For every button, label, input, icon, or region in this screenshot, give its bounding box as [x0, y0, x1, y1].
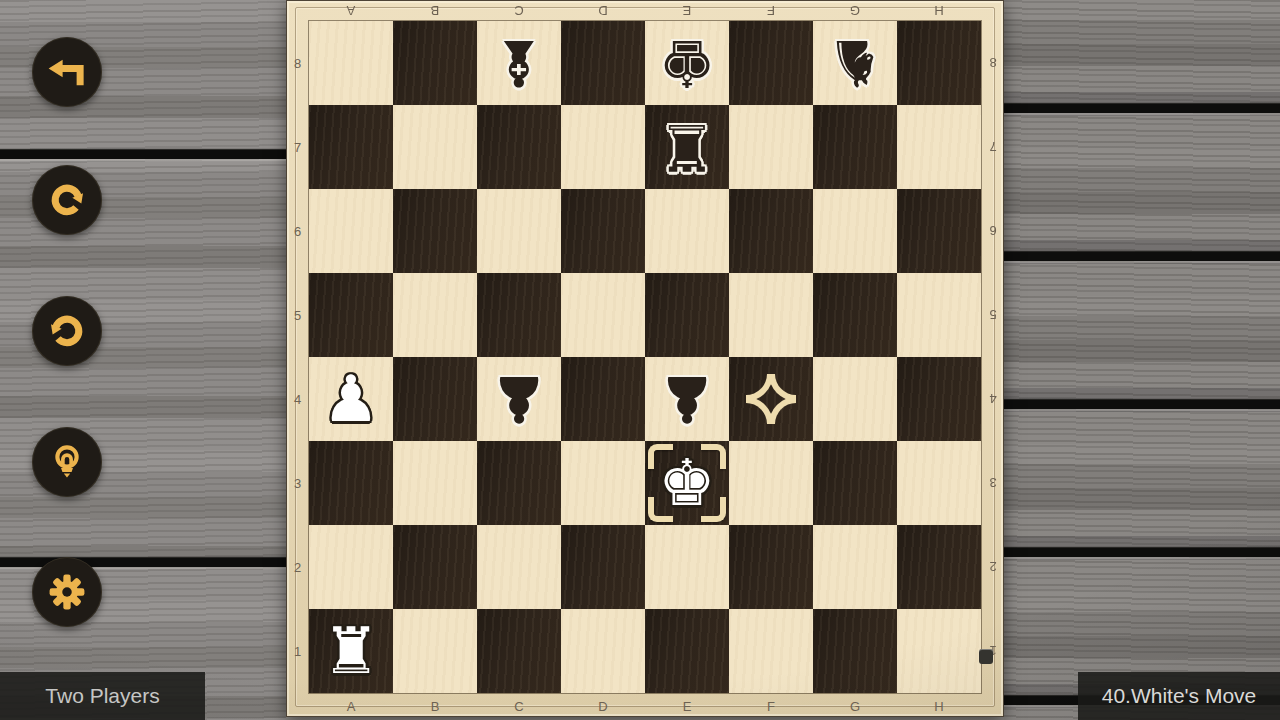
- square-g6[interactable]: [813, 189, 897, 273]
- plank-gap: [1004, 548, 1280, 557]
- square-c3[interactable]: [477, 441, 561, 525]
- square-h4[interactable]: [897, 357, 981, 441]
- square-b7[interactable]: [393, 105, 477, 189]
- file-labels-top: ABCDEFGH: [309, 1, 981, 20]
- square-a2[interactable]: [309, 525, 393, 609]
- coordinate-label: 4: [287, 357, 308, 441]
- square-f1[interactable]: [729, 609, 813, 693]
- square-h7[interactable]: [897, 105, 981, 189]
- back-arrow-icon: [46, 51, 88, 93]
- square-g1[interactable]: [813, 609, 897, 693]
- square-g2[interactable]: [813, 525, 897, 609]
- piece-black-king[interactable]: ♚: [645, 21, 729, 105]
- coordinate-label: 4: [982, 357, 1004, 441]
- file-labels-bottom: ABCDEFGH: [309, 695, 981, 717]
- selection-brackets: [701, 444, 726, 469]
- square-b5[interactable]: [393, 273, 477, 357]
- square-f8[interactable]: [729, 21, 813, 105]
- square-h1[interactable]: [897, 609, 981, 693]
- square-e1[interactable]: [645, 609, 729, 693]
- square-c7[interactable]: [477, 105, 561, 189]
- square-b2[interactable]: [393, 525, 477, 609]
- square-d8[interactable]: [561, 21, 645, 105]
- undo-button[interactable]: [32, 296, 102, 366]
- rank-labels-left: 87654321: [287, 21, 308, 693]
- game-mode-label: Two Players: [45, 684, 159, 708]
- square-g5[interactable]: [813, 273, 897, 357]
- piece-black-rook[interactable]: ♜: [645, 105, 729, 189]
- chess-board: ABCDEFGH ABCDEFGH 87654321 87654321 ♝♚♞♜…: [286, 0, 1004, 717]
- square-d3[interactable]: [561, 441, 645, 525]
- coordinate-label: D: [561, 1, 645, 20]
- game-mode-bar: Two Players: [0, 672, 205, 720]
- undo-circular-arrow-icon: [46, 310, 88, 352]
- coordinate-label: G: [813, 695, 897, 717]
- coordinate-label: D: [561, 695, 645, 717]
- coordinate-label: 3: [287, 441, 308, 525]
- square-f7[interactable]: [729, 105, 813, 189]
- square-f2[interactable]: [729, 525, 813, 609]
- square-a1[interactable]: ♜: [309, 609, 393, 693]
- coordinate-label: A: [309, 695, 393, 717]
- piece-black-knight[interactable]: ♞: [813, 21, 897, 105]
- plank-gap: [1004, 400, 1280, 409]
- coordinate-label: 1: [287, 609, 308, 693]
- coordinate-label: A: [309, 1, 393, 20]
- coordinate-label: 2: [982, 525, 1004, 609]
- coordinate-label: C: [477, 695, 561, 717]
- piece-black-pawn[interactable]: ♟: [477, 357, 561, 441]
- rank-labels-right: 87654321: [982, 21, 1004, 693]
- square-e2[interactable]: [645, 525, 729, 609]
- board-hinge: [979, 649, 993, 664]
- square-g3[interactable]: [813, 441, 897, 525]
- square-e6[interactable]: [645, 189, 729, 273]
- square-c2[interactable]: [477, 525, 561, 609]
- square-h5[interactable]: [897, 273, 981, 357]
- coordinate-label: E: [645, 1, 729, 20]
- coordinate-label: 3: [982, 441, 1004, 525]
- square-e7[interactable]: ♜: [645, 105, 729, 189]
- coordinate-label: F: [729, 695, 813, 717]
- square-d5[interactable]: [561, 273, 645, 357]
- coordinate-label: 5: [287, 273, 308, 357]
- hint-button[interactable]: [32, 427, 102, 497]
- coordinate-label: 5: [982, 273, 1004, 357]
- square-f3[interactable]: [729, 441, 813, 525]
- coordinate-label: H: [897, 1, 981, 20]
- square-a4[interactable]: ♟: [309, 357, 393, 441]
- back-button[interactable]: [32, 37, 102, 107]
- square-h6[interactable]: [897, 189, 981, 273]
- square-d4[interactable]: [561, 357, 645, 441]
- square-b3[interactable]: [393, 441, 477, 525]
- square-a7[interactable]: [309, 105, 393, 189]
- square-c6[interactable]: [477, 189, 561, 273]
- coordinate-label: 6: [287, 189, 308, 273]
- square-c8[interactable]: ♝: [477, 21, 561, 105]
- square-a8[interactable]: [309, 21, 393, 105]
- coordinate-label: E: [645, 695, 729, 717]
- piece-black-pawn[interactable]: ♟: [645, 357, 729, 441]
- square-a6[interactable]: [309, 189, 393, 273]
- square-e3[interactable]: ♚: [645, 441, 729, 525]
- square-b1[interactable]: [393, 609, 477, 693]
- board-grid: ♝♚♞♜♟♟♟♚♜: [309, 21, 981, 693]
- square-a5[interactable]: [309, 273, 393, 357]
- square-f4[interactable]: [729, 357, 813, 441]
- redo-circular-arrow-icon: [46, 179, 88, 221]
- square-d7[interactable]: [561, 105, 645, 189]
- square-b4[interactable]: [393, 357, 477, 441]
- piece-white-pawn[interactable]: ♟: [309, 357, 393, 441]
- coordinate-label: B: [393, 695, 477, 717]
- square-d1[interactable]: [561, 609, 645, 693]
- coordinate-label: F: [729, 1, 813, 20]
- square-b6[interactable]: [393, 189, 477, 273]
- square-d6[interactable]: [561, 189, 645, 273]
- selection-brackets: [648, 497, 673, 522]
- square-g7[interactable]: [813, 105, 897, 189]
- piece-white-rook[interactable]: ♜: [309, 609, 393, 693]
- square-e5[interactable]: [645, 273, 729, 357]
- square-f6[interactable]: [729, 189, 813, 273]
- move-indicator-label: 40.White's Move: [1102, 684, 1257, 708]
- square-e4[interactable]: ♟: [645, 357, 729, 441]
- square-h8[interactable]: [897, 21, 981, 105]
- coordinate-label: 6: [982, 189, 1004, 273]
- plank-gap: [0, 150, 286, 159]
- coordinate-label: B: [393, 1, 477, 20]
- square-d2[interactable]: [561, 525, 645, 609]
- square-g8[interactable]: ♞: [813, 21, 897, 105]
- square-e8[interactable]: ♚: [645, 21, 729, 105]
- square-f5[interactable]: [729, 273, 813, 357]
- square-c4[interactable]: ♟: [477, 357, 561, 441]
- square-a3[interactable]: [309, 441, 393, 525]
- coordinate-label: H: [897, 695, 981, 717]
- coordinate-label: 8: [287, 21, 308, 105]
- coordinate-label: 8: [982, 21, 1004, 105]
- selection-brackets: [701, 497, 726, 522]
- coordinate-label: 2: [287, 525, 308, 609]
- move-marker: [769, 397, 796, 424]
- plank-gap: [1004, 104, 1280, 113]
- square-h2[interactable]: [897, 525, 981, 609]
- piece-black-bishop[interactable]: ♝: [477, 21, 561, 105]
- gear-icon: [45, 570, 89, 614]
- square-h3[interactable]: [897, 441, 981, 525]
- square-b8[interactable]: [393, 21, 477, 105]
- background-wood-right: [1004, 0, 1280, 720]
- square-g4[interactable]: [813, 357, 897, 441]
- coordinate-label: 7: [982, 105, 1004, 189]
- move-indicator-bar: 40.White's Move: [1078, 672, 1280, 720]
- settings-button[interactable]: [32, 557, 102, 627]
- selection-brackets: [648, 444, 673, 469]
- coordinate-label: C: [477, 1, 561, 20]
- coordinate-label: G: [813, 1, 897, 20]
- square-c1[interactable]: [477, 609, 561, 693]
- lightbulb-icon: [45, 440, 89, 484]
- plank-gap: [1004, 252, 1280, 261]
- coordinate-label: 7: [287, 105, 308, 189]
- square-c5[interactable]: [477, 273, 561, 357]
- redo-button[interactable]: [32, 165, 102, 235]
